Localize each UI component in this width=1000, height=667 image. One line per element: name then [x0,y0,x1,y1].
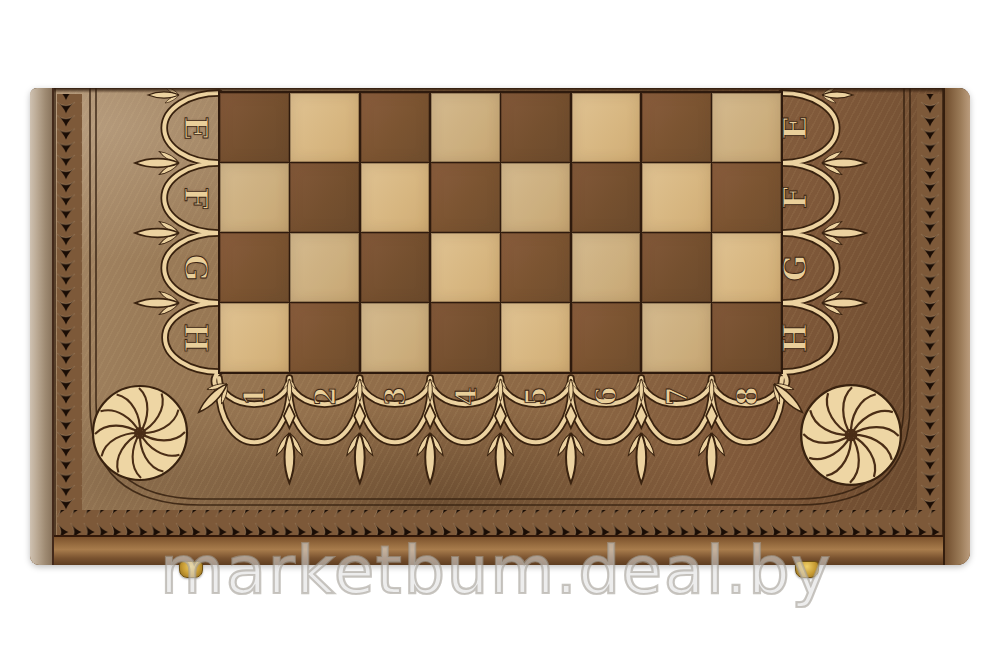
square-F5 [501,163,570,232]
square-G5 [501,233,570,302]
square-E4 [431,93,500,162]
square-H8 [712,303,781,372]
square-E2 [290,93,359,162]
board-edge-bottom [30,535,970,565]
rank-label-right-H: H [780,323,811,352]
square-G8 [712,233,781,302]
file-label-4: 4 [453,387,480,406]
file-label-2: 2 [312,387,339,406]
file-label-6: 6 [593,387,620,406]
square-G2 [290,233,359,302]
square-E8 [712,93,781,162]
chess-backgammon-box-lid: EFGH EFGH 12345678 [30,88,970,565]
brass-hinge-left [179,561,203,578]
brass-hinge-right [795,561,819,578]
square-F2 [290,163,359,232]
square-F8 [712,163,781,232]
rank-label-right-G: G [780,255,811,281]
square-H4 [431,303,500,372]
square-G6 [572,233,641,302]
square-H1 [220,303,289,372]
rank-label-left-E: E [180,116,211,140]
square-H7 [642,303,711,372]
square-G3 [361,233,430,302]
board-edge-left [30,88,54,565]
square-G4 [431,233,500,302]
square-E1 [220,93,289,162]
square-F3 [361,163,430,232]
board-edge-right [943,88,970,565]
square-F6 [572,163,641,232]
file-label-5: 5 [523,387,550,406]
chess-grid [218,91,783,374]
file-label-3: 3 [382,387,409,406]
rank-label-right-F: F [780,187,811,209]
rosette-right [801,385,901,485]
square-G1 [220,233,289,302]
square-E7 [642,93,711,162]
square-E6 [572,93,641,162]
product-photo-stage: EFGH EFGH 12345678 marketbum.deal.by [0,0,1000,667]
square-H6 [572,303,641,372]
rosette-left [93,386,187,480]
rank-label-left-G: G [180,255,211,281]
square-G7 [642,233,711,302]
square-H5 [501,303,570,372]
file-label-8: 8 [734,387,761,406]
square-H2 [290,303,359,372]
rank-label-left-H: H [180,323,211,352]
square-F7 [642,163,711,232]
square-H3 [361,303,430,372]
square-F1 [220,163,289,232]
rank-label-right-E: E [780,116,811,140]
square-E5 [501,93,570,162]
square-F4 [431,163,500,232]
file-label-1: 1 [241,387,268,406]
rank-label-left-F: F [180,187,211,209]
board-fold-seam [30,88,970,93]
file-label-7: 7 [664,387,691,406]
square-E3 [361,93,430,162]
